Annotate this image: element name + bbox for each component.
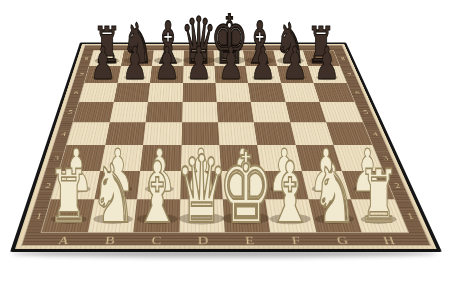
- file-label-near-h: H: [382, 235, 397, 246]
- square-b6[interactable]: [114, 83, 150, 102]
- rank-label-right-6: 6: [354, 90, 360, 95]
- square-b7[interactable]: [117, 66, 152, 83]
- file-label-near-a: A: [57, 235, 70, 246]
- square-c4[interactable]: [143, 122, 182, 145]
- square-b5[interactable]: [109, 102, 147, 123]
- square-a7[interactable]: [85, 66, 121, 83]
- square-e8[interactable]: [213, 51, 245, 67]
- square-f1[interactable]: [266, 200, 317, 233]
- rank-label-left-2: 2: [45, 182, 52, 189]
- file-label-near-g: G: [336, 235, 350, 246]
- square-d6[interactable]: [182, 83, 216, 102]
- square-b4[interactable]: [105, 122, 146, 145]
- rank-label-right-2: 2: [393, 182, 401, 189]
- rank-label-left-7: 7: [79, 73, 84, 77]
- square-f7[interactable]: [246, 66, 281, 83]
- square-e7[interactable]: [214, 66, 248, 83]
- square-e4[interactable]: [218, 122, 258, 145]
- rank-label-right-5: 5: [362, 110, 369, 115]
- file-label-near-f: F: [291, 235, 301, 246]
- file-label-near-c: C: [151, 235, 162, 246]
- square-b3[interactable]: [100, 145, 143, 171]
- square-d8[interactable]: [183, 51, 214, 67]
- rank-label-left-4: 4: [61, 131, 67, 137]
- rank-label-left-5: 5: [67, 110, 73, 115]
- square-c1[interactable]: [133, 200, 180, 233]
- square-d3[interactable]: [181, 145, 221, 171]
- rank-label-right-1: 1: [406, 212, 415, 220]
- square-b2[interactable]: [94, 171, 140, 200]
- square-b8[interactable]: [121, 51, 154, 67]
- square-f4[interactable]: [254, 122, 296, 145]
- square-c8[interactable]: [152, 51, 184, 67]
- square-c2[interactable]: [137, 171, 181, 200]
- square-c7[interactable]: [150, 66, 183, 83]
- square-a1[interactable]: [42, 200, 94, 233]
- file-label-near-e: E: [244, 235, 254, 246]
- square-d2[interactable]: [180, 171, 223, 200]
- file-label-near-d: D: [198, 235, 209, 246]
- square-e3[interactable]: [219, 145, 261, 171]
- rank-label-left-3: 3: [53, 155, 60, 161]
- square-c5[interactable]: [146, 102, 183, 123]
- file-label-near-b: B: [104, 235, 116, 246]
- chessboard[interactable]: AABBCCDDEEFFGGHH1122334455667788: [10, 43, 442, 252]
- square-d5[interactable]: [182, 102, 218, 123]
- board-3d-wrapper: AABBCCDDEEFFGGHH1122334455667788: [0, 0, 450, 299]
- square-a2[interactable]: [51, 171, 100, 200]
- square-d1[interactable]: [179, 200, 225, 233]
- rank-label-right-4: 4: [372, 131, 379, 137]
- rank-label-left-6: 6: [73, 90, 79, 95]
- square-a5[interactable]: [73, 102, 113, 123]
- square-e5[interactable]: [217, 102, 254, 123]
- rank-label-left-1: 1: [35, 212, 43, 220]
- square-a4[interactable]: [67, 122, 110, 145]
- square-a3[interactable]: [59, 145, 104, 171]
- square-e1[interactable]: [223, 200, 271, 233]
- square-e2[interactable]: [221, 171, 266, 200]
- square-a6[interactable]: [79, 83, 117, 102]
- square-b1[interactable]: [88, 200, 137, 233]
- square-a8[interactable]: [89, 51, 123, 67]
- rank-label-left-8: 8: [84, 57, 89, 61]
- rank-label-right-7: 7: [347, 73, 353, 77]
- rank-label-right-8: 8: [340, 57, 346, 61]
- square-e6[interactable]: [216, 83, 252, 102]
- square-f5[interactable]: [251, 102, 290, 123]
- square-h8[interactable]: [303, 51, 339, 67]
- square-f2[interactable]: [261, 171, 308, 200]
- rank-label-right-3: 3: [382, 155, 390, 161]
- square-c6[interactable]: [148, 83, 183, 102]
- square-d7[interactable]: [183, 66, 216, 83]
- square-f6[interactable]: [248, 83, 285, 102]
- square-f3[interactable]: [258, 145, 302, 171]
- square-c3[interactable]: [140, 145, 181, 171]
- square-h7[interactable]: [308, 66, 346, 83]
- chess-scene: AABBCCDDEEFFGGHH1122334455667788 ♜♞♝♛♚♝♞…: [0, 0, 450, 299]
- square-d4[interactable]: [181, 122, 219, 145]
- square-f8[interactable]: [243, 51, 277, 67]
